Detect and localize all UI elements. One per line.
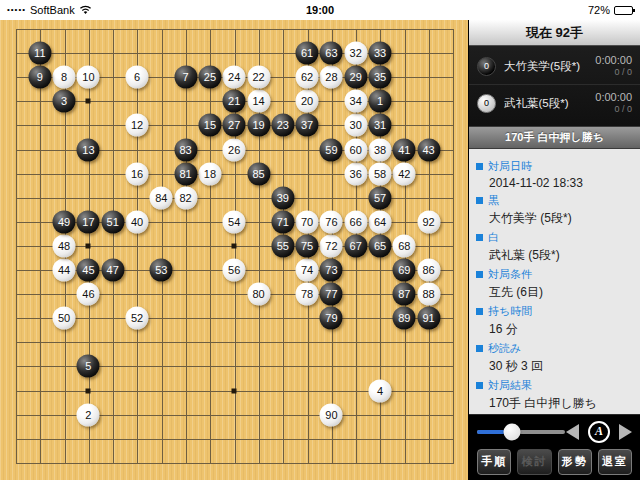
info-item-conditions: 対局条件 互先 (6目) <box>476 267 633 301</box>
stone-black-63: 63 <box>320 42 343 65</box>
stone-white-30: 30 <box>344 114 367 137</box>
stone-white-18: 18 <box>198 162 221 185</box>
stone-black-73: 73 <box>320 259 343 282</box>
stone-black-29: 29 <box>344 66 367 89</box>
stone-white-62: 62 <box>296 66 319 89</box>
game-result-bar: 170手 白中押し勝ち <box>469 126 640 149</box>
stone-black-41: 41 <box>393 138 416 161</box>
stone-black-81: 81 <box>174 162 197 185</box>
bullet-icon <box>476 197 483 204</box>
stone-black-27: 27 <box>223 114 246 137</box>
info-item-byoyomi: 秒読み 30 秒 3 回 <box>476 341 633 375</box>
stone-white-70: 70 <box>296 210 319 233</box>
stone-black-53: 53 <box>150 259 173 282</box>
autoplay-button[interactable]: A <box>588 421 610 443</box>
stone-black-79: 79 <box>320 307 343 330</box>
stone-white-74: 74 <box>296 259 319 282</box>
stone-black-37: 37 <box>296 114 319 137</box>
review-button[interactable]: 検討 <box>517 449 551 475</box>
stone-white-20: 20 <box>296 90 319 113</box>
stone-white-80: 80 <box>247 283 270 306</box>
stone-black-83: 83 <box>174 138 197 161</box>
move-order-button[interactable]: 手順 <box>477 449 511 475</box>
white-player-time: 0:00:00 <box>595 91 632 104</box>
stone-black-19: 19 <box>247 114 270 137</box>
stone-white-48: 48 <box>53 234 76 257</box>
stone-black-9: 9 <box>28 66 51 89</box>
stone-black-5: 5 <box>77 355 100 378</box>
stone-black-55: 55 <box>271 234 294 257</box>
stone-black-61: 61 <box>296 42 319 65</box>
stone-white-68: 68 <box>393 234 416 257</box>
stone-white-10: 10 <box>77 66 100 89</box>
stone-white-78: 78 <box>296 283 319 306</box>
stone-black-15: 15 <box>198 114 221 137</box>
stone-black-71: 71 <box>271 210 294 233</box>
stone-white-44: 44 <box>53 259 76 282</box>
next-move-button[interactable] <box>619 424 632 440</box>
hoshi-point <box>86 99 91 104</box>
bullet-icon <box>476 308 483 315</box>
stone-white-2: 2 <box>77 403 100 426</box>
stone-white-90: 90 <box>320 403 343 426</box>
stone-black-89: 89 <box>393 307 416 330</box>
bullet-icon <box>476 382 483 389</box>
game-info-sidebar: 現在 92手 0 大竹美学(5段*) 0:00:00 0 / 0 0 武礼葉(5… <box>468 20 640 480</box>
stone-white-84: 84 <box>150 186 173 209</box>
black-player-time: 0:00:00 <box>595 54 632 67</box>
stone-white-64: 64 <box>369 210 392 233</box>
stone-black-13: 13 <box>77 138 100 161</box>
game-info-panel: 対局日時 2014-11-02 18:33 黒 大竹美学 (5段*) 白 武礼葉… <box>469 149 640 414</box>
stone-black-85: 85 <box>247 162 270 185</box>
stone-black-43: 43 <box>417 138 440 161</box>
black-player-periods: 0 / 0 <box>595 67 632 78</box>
black-stone-icon: 0 <box>477 57 496 76</box>
stone-black-51: 51 <box>101 210 124 233</box>
players-panel: 0 大竹美学(5段*) 0:00:00 0 / 0 0 武礼葉(5段*) 0:0… <box>469 46 640 126</box>
bullet-icon <box>476 345 483 352</box>
stone-black-23: 23 <box>271 114 294 137</box>
info-item-result: 対局結果 170手 白中押し勝ち <box>476 378 633 412</box>
bullet-icon <box>476 163 483 170</box>
stone-black-39: 39 <box>271 186 294 209</box>
info-item-main-time: 持ち時間 16 分 <box>476 304 633 338</box>
stone-white-34: 34 <box>344 90 367 113</box>
black-player-name: 大竹美学(5段*) <box>504 59 587 74</box>
stone-black-21: 21 <box>223 90 246 113</box>
stone-white-86: 86 <box>417 259 440 282</box>
bullet-icon <box>476 271 483 278</box>
stone-white-26: 26 <box>223 138 246 161</box>
stone-white-52: 52 <box>126 307 149 330</box>
stone-white-72: 72 <box>320 234 343 257</box>
move-slider-knob[interactable] <box>504 423 521 440</box>
stone-white-82: 82 <box>174 186 197 209</box>
stone-black-87: 87 <box>393 283 416 306</box>
stone-black-49: 49 <box>53 210 76 233</box>
hoshi-point <box>232 243 237 248</box>
stone-white-92: 92 <box>417 210 440 233</box>
stone-black-77: 77 <box>320 283 343 306</box>
info-item-white: 白 武礼葉 (5段*) <box>476 230 633 264</box>
stone-white-16: 16 <box>126 162 149 185</box>
stone-black-1: 1 <box>369 90 392 113</box>
player-row-black: 0 大竹美学(5段*) 0:00:00 0 / 0 <box>469 48 640 84</box>
battery-icon <box>614 6 633 15</box>
hoshi-point <box>86 388 91 393</box>
stone-white-22: 22 <box>247 66 270 89</box>
stone-white-50: 50 <box>53 307 76 330</box>
stone-black-31: 31 <box>369 114 392 137</box>
stone-black-7: 7 <box>174 66 197 89</box>
stone-black-11: 11 <box>28 42 51 65</box>
stone-black-75: 75 <box>296 234 319 257</box>
stone-white-38: 38 <box>369 138 392 161</box>
stone-white-36: 36 <box>344 162 367 185</box>
stone-white-42: 42 <box>393 162 416 185</box>
previous-move-button[interactable] <box>566 424 579 440</box>
stone-black-69: 69 <box>393 259 416 282</box>
info-item-date: 対局日時 2014-11-02 18:33 <box>476 159 633 190</box>
stone-black-65: 65 <box>369 234 392 257</box>
stone-white-40: 40 <box>126 210 149 233</box>
stone-white-4: 4 <box>369 379 392 402</box>
stone-black-35: 35 <box>369 66 392 89</box>
stone-white-14: 14 <box>247 90 270 113</box>
stone-white-56: 56 <box>223 259 246 282</box>
go-board: 1234567891011121314151617181920212223242… <box>0 20 468 480</box>
hoshi-point <box>86 243 91 248</box>
stone-white-54: 54 <box>223 210 246 233</box>
stone-white-24: 24 <box>223 66 246 89</box>
battery-percent-label: 72% <box>588 4 610 16</box>
stone-black-91: 91 <box>417 307 440 330</box>
stone-white-46: 46 <box>77 283 100 306</box>
player-row-white: 0 武礼葉(5段*) 0:00:00 0 / 0 <box>469 84 640 121</box>
info-item-black: 黒 大竹美学 (5段*) <box>476 193 633 227</box>
current-move-header: 現在 92手 <box>469 20 640 46</box>
stone-white-32: 32 <box>344 42 367 65</box>
stone-white-58: 58 <box>369 162 392 185</box>
stone-white-76: 76 <box>320 210 343 233</box>
stone-black-45: 45 <box>77 259 100 282</box>
white-player-name: 武礼葉(5段*) <box>504 96 587 111</box>
stone-white-12: 12 <box>126 114 149 137</box>
stone-white-6: 6 <box>126 66 149 89</box>
stone-black-67: 67 <box>344 234 367 257</box>
stone-white-88: 88 <box>417 283 440 306</box>
stone-black-57: 57 <box>369 186 392 209</box>
stone-black-3: 3 <box>53 90 76 113</box>
playback-controls: A 手順 検討 形勢 退室 <box>469 414 640 480</box>
stone-white-28: 28 <box>320 66 343 89</box>
move-slider[interactable] <box>477 430 565 434</box>
position-estimate-button[interactable]: 形勢 <box>558 449 592 475</box>
leave-room-button[interactable]: 退室 <box>598 449 632 475</box>
clock-label: 19:00 <box>0 4 640 16</box>
stone-white-66: 66 <box>344 210 367 233</box>
stone-black-17: 17 <box>77 210 100 233</box>
hoshi-point <box>232 388 237 393</box>
stone-black-25: 25 <box>198 66 221 89</box>
stone-white-60: 60 <box>344 138 367 161</box>
stone-black-59: 59 <box>320 138 343 161</box>
white-player-periods: 0 / 0 <box>595 104 632 115</box>
stone-black-33: 33 <box>369 42 392 65</box>
stone-white-8: 8 <box>53 66 76 89</box>
white-stone-icon: 0 <box>477 94 496 113</box>
status-bar: ••••• SoftBank 19:00 72% <box>0 0 640 20</box>
bullet-icon <box>476 234 483 241</box>
stone-black-47: 47 <box>101 259 124 282</box>
